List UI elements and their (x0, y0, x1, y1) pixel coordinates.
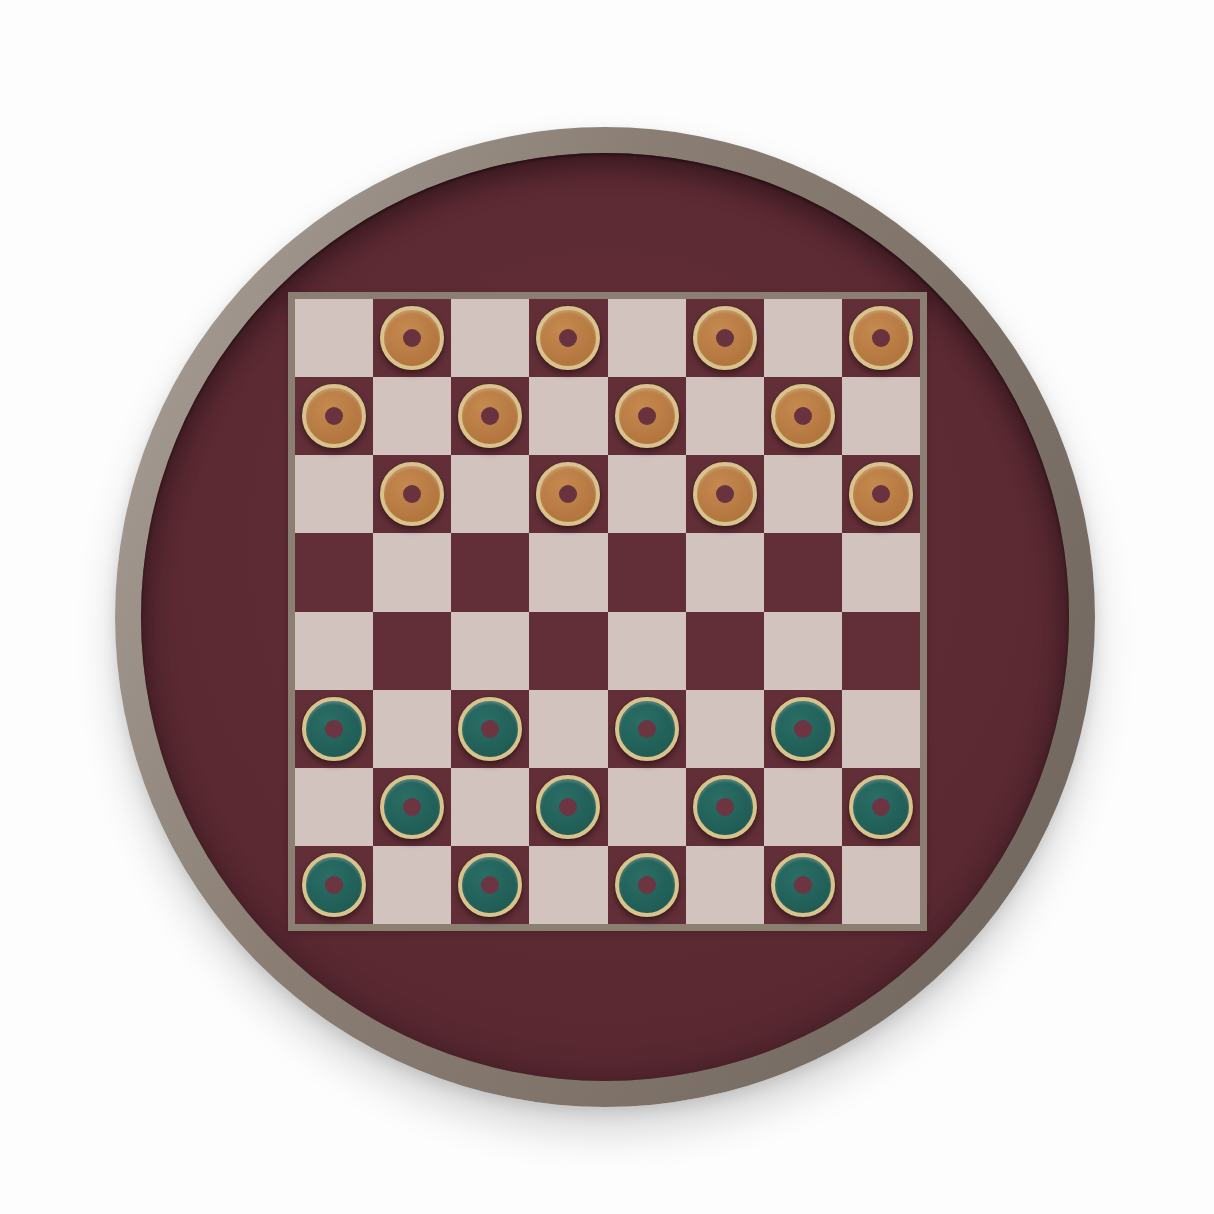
checker-center-dot-icon (638, 720, 656, 738)
checker-center-dot-icon (716, 485, 734, 503)
checker-teal[interactable] (302, 853, 366, 917)
square-r3c4[interactable] (529, 455, 607, 533)
square-r2c6[interactable] (686, 377, 764, 455)
checker-tan[interactable] (771, 384, 835, 448)
checker-center-dot-icon (325, 720, 343, 738)
checker-center-dot-icon (325, 407, 343, 425)
checker-center-dot-icon (794, 720, 812, 738)
checker-teal[interactable] (693, 775, 757, 839)
square-r7c3[interactable] (451, 768, 529, 846)
checker-center-dot-icon (559, 798, 577, 816)
square-r2c3[interactable] (451, 377, 529, 455)
square-r1c2[interactable] (373, 299, 451, 377)
square-r2c4[interactable] (529, 377, 607, 455)
square-r7c8[interactable] (842, 768, 920, 846)
checker-center-dot-icon (872, 485, 890, 503)
checker-center-dot-icon (559, 485, 577, 503)
checker-teal[interactable] (458, 697, 522, 761)
square-r1c5[interactable] (608, 299, 686, 377)
square-r8c1[interactable] (295, 846, 373, 924)
square-r8c3[interactable] (451, 846, 529, 924)
square-r4c8[interactable] (842, 533, 920, 611)
square-r4c5[interactable] (608, 533, 686, 611)
square-r7c1[interactable] (295, 768, 373, 846)
square-r8c4[interactable] (529, 846, 607, 924)
square-r4c1[interactable] (295, 533, 373, 611)
checker-teal[interactable] (380, 775, 444, 839)
square-r1c6[interactable] (686, 299, 764, 377)
square-r7c5[interactable] (608, 768, 686, 846)
checker-tan[interactable] (458, 384, 522, 448)
square-r6c4[interactable] (529, 690, 607, 768)
square-r3c6[interactable] (686, 455, 764, 533)
square-r3c7[interactable] (764, 455, 842, 533)
checker-center-dot-icon (872, 329, 890, 347)
checker-center-dot-icon (638, 407, 656, 425)
square-r7c7[interactable] (764, 768, 842, 846)
square-r1c4[interactable] (529, 299, 607, 377)
checker-teal[interactable] (771, 853, 835, 917)
checker-tan[interactable] (693, 306, 757, 370)
square-r4c6[interactable] (686, 533, 764, 611)
square-r3c5[interactable] (608, 455, 686, 533)
square-r4c4[interactable] (529, 533, 607, 611)
square-r6c6[interactable] (686, 690, 764, 768)
checker-center-dot-icon (403, 329, 421, 347)
square-r5c8[interactable] (842, 612, 920, 690)
checker-teal[interactable] (771, 697, 835, 761)
square-r2c1[interactable] (295, 377, 373, 455)
square-r5c4[interactable] (529, 612, 607, 690)
square-r6c2[interactable] (373, 690, 451, 768)
square-r6c7[interactable] (764, 690, 842, 768)
square-r8c5[interactable] (608, 846, 686, 924)
checker-tan[interactable] (302, 384, 366, 448)
square-r5c6[interactable] (686, 612, 764, 690)
square-r8c7[interactable] (764, 846, 842, 924)
checker-tan[interactable] (380, 306, 444, 370)
square-r2c5[interactable] (608, 377, 686, 455)
square-r1c1[interactable] (295, 299, 373, 377)
checker-center-dot-icon (872, 798, 890, 816)
square-r7c2[interactable] (373, 768, 451, 846)
square-r4c7[interactable] (764, 533, 842, 611)
checker-tan[interactable] (849, 462, 913, 526)
square-r5c1[interactable] (295, 612, 373, 690)
checker-tan[interactable] (380, 462, 444, 526)
checker-teal[interactable] (302, 697, 366, 761)
square-r2c7[interactable] (764, 377, 842, 455)
checker-teal[interactable] (536, 775, 600, 839)
checker-center-dot-icon (716, 329, 734, 347)
square-r8c6[interactable] (686, 846, 764, 924)
square-r5c5[interactable] (608, 612, 686, 690)
checker-center-dot-icon (794, 407, 812, 425)
checker-teal[interactable] (458, 853, 522, 917)
square-r4c3[interactable] (451, 533, 529, 611)
checker-center-dot-icon (638, 876, 656, 894)
square-r6c1[interactable] (295, 690, 373, 768)
square-r7c4[interactable] (529, 768, 607, 846)
square-r5c7[interactable] (764, 612, 842, 690)
square-r6c8[interactable] (842, 690, 920, 768)
checker-teal[interactable] (615, 697, 679, 761)
square-r5c3[interactable] (451, 612, 529, 690)
checker-center-dot-icon (481, 720, 499, 738)
square-r3c3[interactable] (451, 455, 529, 533)
square-r1c8[interactable] (842, 299, 920, 377)
square-r3c1[interactable] (295, 455, 373, 533)
square-r2c2[interactable] (373, 377, 451, 455)
checker-tan[interactable] (536, 462, 600, 526)
checker-center-dot-icon (794, 876, 812, 894)
square-r7c6[interactable] (686, 768, 764, 846)
checker-tan[interactable] (849, 306, 913, 370)
square-r8c8[interactable] (842, 846, 920, 924)
checker-center-dot-icon (325, 876, 343, 894)
square-r6c5[interactable] (608, 690, 686, 768)
checkers-board (288, 292, 927, 931)
square-r4c2[interactable] (373, 533, 451, 611)
checker-center-dot-icon (559, 329, 577, 347)
checker-center-dot-icon (481, 407, 499, 425)
square-r3c8[interactable] (842, 455, 920, 533)
checker-center-dot-icon (403, 798, 421, 816)
checker-center-dot-icon (716, 798, 734, 816)
square-r5c2[interactable] (373, 612, 451, 690)
square-r8c2[interactable] (373, 846, 451, 924)
square-r2c8[interactable] (842, 377, 920, 455)
checker-center-dot-icon (403, 485, 421, 503)
square-r1c7[interactable] (764, 299, 842, 377)
square-r1c3[interactable] (451, 299, 529, 377)
square-r3c2[interactable] (373, 455, 451, 533)
checker-teal[interactable] (615, 853, 679, 917)
checker-tan[interactable] (536, 306, 600, 370)
square-r6c3[interactable] (451, 690, 529, 768)
checker-tan[interactable] (693, 462, 757, 526)
checker-teal[interactable] (849, 775, 913, 839)
checker-center-dot-icon (481, 876, 499, 894)
checker-tan[interactable] (615, 384, 679, 448)
